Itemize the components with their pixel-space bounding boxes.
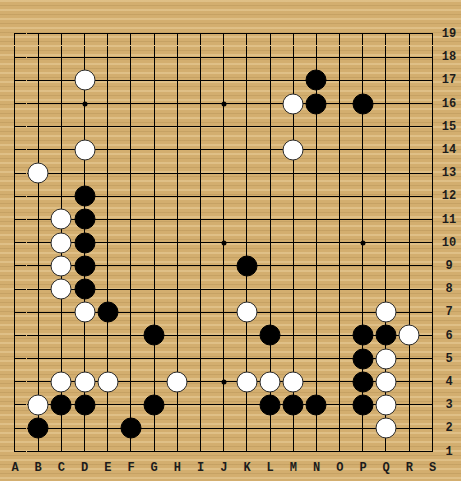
- intersection-A17[interactable]: [3, 69, 26, 92]
- intersection-B8[interactable]: [27, 277, 50, 300]
- intersection-G12[interactable]: [143, 185, 166, 208]
- intersection-P19[interactable]: [351, 22, 374, 45]
- intersection-A19[interactable]: [3, 22, 26, 45]
- intersection-C17[interactable]: [50, 69, 73, 92]
- intersection-J4[interactable]: [212, 370, 235, 393]
- intersection-N2[interactable]: [305, 417, 328, 440]
- intersection-K9[interactable]: [235, 254, 258, 277]
- intersection-F15[interactable]: [119, 115, 142, 138]
- intersection-I9[interactable]: [189, 254, 212, 277]
- intersection-K7[interactable]: [235, 301, 258, 324]
- intersection-I16[interactable]: [189, 92, 212, 115]
- intersection-F6[interactable]: [119, 324, 142, 347]
- intersection-N17[interactable]: [305, 69, 328, 92]
- intersection-E12[interactable]: [96, 185, 119, 208]
- intersection-P6[interactable]: [351, 324, 374, 347]
- intersection-K17[interactable]: [235, 69, 258, 92]
- intersection-B10[interactable]: [27, 231, 50, 254]
- intersection-D9[interactable]: [73, 254, 96, 277]
- intersection-E18[interactable]: [96, 46, 119, 69]
- intersection-K3[interactable]: [235, 393, 258, 416]
- intersection-R18[interactable]: [398, 46, 421, 69]
- intersection-D1[interactable]: [73, 440, 96, 463]
- intersection-N8[interactable]: [305, 277, 328, 300]
- intersection-G11[interactable]: [143, 208, 166, 231]
- intersection-D5[interactable]: [73, 347, 96, 370]
- intersection-D18[interactable]: [73, 46, 96, 69]
- intersection-R5[interactable]: [398, 347, 421, 370]
- intersection-Q5[interactable]: [374, 347, 397, 370]
- intersection-O12[interactable]: [328, 185, 351, 208]
- intersection-G5[interactable]: [143, 347, 166, 370]
- intersection-H10[interactable]: [166, 231, 189, 254]
- intersection-N18[interactable]: [305, 46, 328, 69]
- intersection-O9[interactable]: [328, 254, 351, 277]
- intersection-R13[interactable]: [398, 162, 421, 185]
- intersection-D7[interactable]: [73, 301, 96, 324]
- intersection-P15[interactable]: [351, 115, 374, 138]
- intersection-J12[interactable]: [212, 185, 235, 208]
- intersection-P16[interactable]: [351, 92, 374, 115]
- intersection-K14[interactable]: [235, 138, 258, 161]
- intersection-C14[interactable]: [50, 138, 73, 161]
- intersection-R11[interactable]: [398, 208, 421, 231]
- intersection-E16[interactable]: [96, 92, 119, 115]
- intersection-B4[interactable]: [27, 370, 50, 393]
- intersection-F13[interactable]: [119, 162, 142, 185]
- intersection-L13[interactable]: [258, 162, 281, 185]
- intersection-Q4[interactable]: [374, 370, 397, 393]
- intersection-G2[interactable]: [143, 417, 166, 440]
- intersection-M1[interactable]: [282, 440, 305, 463]
- intersection-B17[interactable]: [27, 69, 50, 92]
- intersection-E8[interactable]: [96, 277, 119, 300]
- intersection-M9[interactable]: [282, 254, 305, 277]
- intersection-I15[interactable]: [189, 115, 212, 138]
- intersection-R8[interactable]: [398, 277, 421, 300]
- intersection-R7[interactable]: [398, 301, 421, 324]
- intersection-A8[interactable]: [3, 277, 26, 300]
- intersection-E5[interactable]: [96, 347, 119, 370]
- intersection-Q3[interactable]: [374, 393, 397, 416]
- intersection-B7[interactable]: [27, 301, 50, 324]
- intersection-B3[interactable]: [27, 393, 50, 416]
- intersection-P9[interactable]: [351, 254, 374, 277]
- intersection-F18[interactable]: [119, 46, 142, 69]
- intersection-B1[interactable]: [27, 440, 50, 463]
- intersection-B18[interactable]: [27, 46, 50, 69]
- intersection-M13[interactable]: [282, 162, 305, 185]
- intersection-C11[interactable]: [50, 208, 73, 231]
- intersection-O14[interactable]: [328, 138, 351, 161]
- intersection-A3[interactable]: [3, 393, 26, 416]
- intersection-H7[interactable]: [166, 301, 189, 324]
- intersection-J9[interactable]: [212, 254, 235, 277]
- intersection-F4[interactable]: [119, 370, 142, 393]
- intersection-P7[interactable]: [351, 301, 374, 324]
- intersection-A5[interactable]: [3, 347, 26, 370]
- intersection-E7[interactable]: [96, 301, 119, 324]
- intersection-O19[interactable]: [328, 22, 351, 45]
- intersection-C7[interactable]: [50, 301, 73, 324]
- intersection-G10[interactable]: [143, 231, 166, 254]
- intersection-R9[interactable]: [398, 254, 421, 277]
- intersection-K1[interactable]: [235, 440, 258, 463]
- intersection-L8[interactable]: [258, 277, 281, 300]
- intersection-M10[interactable]: [282, 231, 305, 254]
- intersection-G18[interactable]: [143, 46, 166, 69]
- intersection-D16[interactable]: [73, 92, 96, 115]
- intersection-I8[interactable]: [189, 277, 212, 300]
- intersection-L6[interactable]: [258, 324, 281, 347]
- intersection-E2[interactable]: [96, 417, 119, 440]
- intersection-E13[interactable]: [96, 162, 119, 185]
- intersection-L19[interactable]: [258, 22, 281, 45]
- intersection-B9[interactable]: [27, 254, 50, 277]
- intersection-N10[interactable]: [305, 231, 328, 254]
- intersection-C6[interactable]: [50, 324, 73, 347]
- intersection-Q14[interactable]: [374, 138, 397, 161]
- intersection-L1[interactable]: [258, 440, 281, 463]
- intersection-K12[interactable]: [235, 185, 258, 208]
- intersection-E9[interactable]: [96, 254, 119, 277]
- intersection-E10[interactable]: [96, 231, 119, 254]
- intersection-J14[interactable]: [212, 138, 235, 161]
- intersection-K5[interactable]: [235, 347, 258, 370]
- intersection-K16[interactable]: [235, 92, 258, 115]
- intersection-C13[interactable]: [50, 162, 73, 185]
- intersection-J8[interactable]: [212, 277, 235, 300]
- intersection-O4[interactable]: [328, 370, 351, 393]
- intersection-Q11[interactable]: [374, 208, 397, 231]
- intersection-E17[interactable]: [96, 69, 119, 92]
- intersection-O13[interactable]: [328, 162, 351, 185]
- intersection-F9[interactable]: [119, 254, 142, 277]
- intersection-N5[interactable]: [305, 347, 328, 370]
- intersection-D19[interactable]: [73, 22, 96, 45]
- intersection-M14[interactable]: [282, 138, 305, 161]
- intersection-H5[interactable]: [166, 347, 189, 370]
- intersection-J6[interactable]: [212, 324, 235, 347]
- intersection-J11[interactable]: [212, 208, 235, 231]
- intersection-G9[interactable]: [143, 254, 166, 277]
- intersection-N11[interactable]: [305, 208, 328, 231]
- intersection-H14[interactable]: [166, 138, 189, 161]
- intersection-P12[interactable]: [351, 185, 374, 208]
- intersection-M12[interactable]: [282, 185, 305, 208]
- intersection-F19[interactable]: [119, 22, 142, 45]
- intersection-A9[interactable]: [3, 254, 26, 277]
- intersection-B15[interactable]: [27, 115, 50, 138]
- intersection-P8[interactable]: [351, 277, 374, 300]
- intersection-F10[interactable]: [119, 231, 142, 254]
- intersection-G7[interactable]: [143, 301, 166, 324]
- intersection-F2[interactable]: [119, 417, 142, 440]
- intersection-K2[interactable]: [235, 417, 258, 440]
- intersection-O10[interactable]: [328, 231, 351, 254]
- intersection-C18[interactable]: [50, 46, 73, 69]
- intersection-K6[interactable]: [235, 324, 258, 347]
- intersection-P3[interactable]: [351, 393, 374, 416]
- intersection-J5[interactable]: [212, 347, 235, 370]
- intersection-H16[interactable]: [166, 92, 189, 115]
- intersection-I11[interactable]: [189, 208, 212, 231]
- intersection-N4[interactable]: [305, 370, 328, 393]
- intersection-C19[interactable]: [50, 22, 73, 45]
- intersection-Q8[interactable]: [374, 277, 397, 300]
- intersection-I7[interactable]: [189, 301, 212, 324]
- intersection-Q10[interactable]: [374, 231, 397, 254]
- intersection-A10[interactable]: [3, 231, 26, 254]
- intersection-I10[interactable]: [189, 231, 212, 254]
- intersection-A18[interactable]: [3, 46, 26, 69]
- intersection-D6[interactable]: [73, 324, 96, 347]
- intersection-C12[interactable]: [50, 185, 73, 208]
- intersection-K19[interactable]: [235, 22, 258, 45]
- intersection-H13[interactable]: [166, 162, 189, 185]
- intersection-Q7[interactable]: [374, 301, 397, 324]
- intersection-N13[interactable]: [305, 162, 328, 185]
- intersection-F5[interactable]: [119, 347, 142, 370]
- intersection-L18[interactable]: [258, 46, 281, 69]
- intersection-H15[interactable]: [166, 115, 189, 138]
- intersection-Q18[interactable]: [374, 46, 397, 69]
- intersection-O5[interactable]: [328, 347, 351, 370]
- intersection-F16[interactable]: [119, 92, 142, 115]
- intersection-L5[interactable]: [258, 347, 281, 370]
- intersection-B14[interactable]: [27, 138, 50, 161]
- intersection-A7[interactable]: [3, 301, 26, 324]
- intersection-A11[interactable]: [3, 208, 26, 231]
- intersection-L10[interactable]: [258, 231, 281, 254]
- intersection-P11[interactable]: [351, 208, 374, 231]
- intersection-F3[interactable]: [119, 393, 142, 416]
- intersection-A1[interactable]: [3, 440, 26, 463]
- intersection-Q13[interactable]: [374, 162, 397, 185]
- intersection-O17[interactable]: [328, 69, 351, 92]
- intersection-A13[interactable]: [3, 162, 26, 185]
- intersection-O2[interactable]: [328, 417, 351, 440]
- intersection-H1[interactable]: [166, 440, 189, 463]
- intersection-H8[interactable]: [166, 277, 189, 300]
- intersection-G6[interactable]: [143, 324, 166, 347]
- intersection-A14[interactable]: [3, 138, 26, 161]
- intersection-J3[interactable]: [212, 393, 235, 416]
- intersection-R3[interactable]: [398, 393, 421, 416]
- intersection-P2[interactable]: [351, 417, 374, 440]
- intersection-I18[interactable]: [189, 46, 212, 69]
- intersection-H18[interactable]: [166, 46, 189, 69]
- intersection-F1[interactable]: [119, 440, 142, 463]
- intersection-O1[interactable]: [328, 440, 351, 463]
- intersection-L17[interactable]: [258, 69, 281, 92]
- intersection-B2[interactable]: [27, 417, 50, 440]
- intersection-A4[interactable]: [3, 370, 26, 393]
- intersection-P1[interactable]: [351, 440, 374, 463]
- intersection-G3[interactable]: [143, 393, 166, 416]
- intersection-E14[interactable]: [96, 138, 119, 161]
- intersection-I6[interactable]: [189, 324, 212, 347]
- intersection-E4[interactable]: [96, 370, 119, 393]
- intersection-L7[interactable]: [258, 301, 281, 324]
- intersection-L2[interactable]: [258, 417, 281, 440]
- intersection-A2[interactable]: [3, 417, 26, 440]
- intersection-I5[interactable]: [189, 347, 212, 370]
- intersection-H12[interactable]: [166, 185, 189, 208]
- intersection-P17[interactable]: [351, 69, 374, 92]
- intersection-I17[interactable]: [189, 69, 212, 92]
- intersection-Q1[interactable]: [374, 440, 397, 463]
- intersection-J7[interactable]: [212, 301, 235, 324]
- intersection-M2[interactable]: [282, 417, 305, 440]
- intersection-L4[interactable]: [258, 370, 281, 393]
- intersection-D8[interactable]: [73, 277, 96, 300]
- intersection-L12[interactable]: [258, 185, 281, 208]
- intersection-H9[interactable]: [166, 254, 189, 277]
- intersection-I2[interactable]: [189, 417, 212, 440]
- intersection-C9[interactable]: [50, 254, 73, 277]
- intersection-E6[interactable]: [96, 324, 119, 347]
- intersection-M18[interactable]: [282, 46, 305, 69]
- intersection-J15[interactable]: [212, 115, 235, 138]
- intersection-E3[interactable]: [96, 393, 119, 416]
- intersection-G19[interactable]: [143, 22, 166, 45]
- intersection-M6[interactable]: [282, 324, 305, 347]
- intersection-C3[interactable]: [50, 393, 73, 416]
- intersection-B5[interactable]: [27, 347, 50, 370]
- intersection-L16[interactable]: [258, 92, 281, 115]
- intersection-C16[interactable]: [50, 92, 73, 115]
- intersection-M17[interactable]: [282, 69, 305, 92]
- intersection-F17[interactable]: [119, 69, 142, 92]
- intersection-N6[interactable]: [305, 324, 328, 347]
- intersection-L3[interactable]: [258, 393, 281, 416]
- intersection-R10[interactable]: [398, 231, 421, 254]
- intersection-B19[interactable]: [27, 22, 50, 45]
- intersection-R17[interactable]: [398, 69, 421, 92]
- intersection-A16[interactable]: [3, 92, 26, 115]
- intersection-B12[interactable]: [27, 185, 50, 208]
- intersection-N14[interactable]: [305, 138, 328, 161]
- intersection-G1[interactable]: [143, 440, 166, 463]
- intersection-M11[interactable]: [282, 208, 305, 231]
- intersection-C10[interactable]: [50, 231, 73, 254]
- intersection-F14[interactable]: [119, 138, 142, 161]
- intersection-N3[interactable]: [305, 393, 328, 416]
- intersection-R1[interactable]: [398, 440, 421, 463]
- intersection-K8[interactable]: [235, 277, 258, 300]
- intersection-F7[interactable]: [119, 301, 142, 324]
- intersection-N16[interactable]: [305, 92, 328, 115]
- intersection-D17[interactable]: [73, 69, 96, 92]
- intersection-C1[interactable]: [50, 440, 73, 463]
- intersection-R6[interactable]: [398, 324, 421, 347]
- intersection-B11[interactable]: [27, 208, 50, 231]
- intersection-R19[interactable]: [398, 22, 421, 45]
- intersection-O15[interactable]: [328, 115, 351, 138]
- intersection-K18[interactable]: [235, 46, 258, 69]
- intersection-R14[interactable]: [398, 138, 421, 161]
- intersection-R16[interactable]: [398, 92, 421, 115]
- intersection-F8[interactable]: [119, 277, 142, 300]
- intersection-F11[interactable]: [119, 208, 142, 231]
- intersection-A6[interactable]: [3, 324, 26, 347]
- intersection-A12[interactable]: [3, 185, 26, 208]
- intersection-H2[interactable]: [166, 417, 189, 440]
- intersection-H6[interactable]: [166, 324, 189, 347]
- intersection-M5[interactable]: [282, 347, 305, 370]
- intersection-Q15[interactable]: [374, 115, 397, 138]
- intersection-Q17[interactable]: [374, 69, 397, 92]
- intersection-L9[interactable]: [258, 254, 281, 277]
- intersection-K10[interactable]: [235, 231, 258, 254]
- intersection-F12[interactable]: [119, 185, 142, 208]
- intersection-J1[interactable]: [212, 440, 235, 463]
- intersection-D13[interactable]: [73, 162, 96, 185]
- intersection-D14[interactable]: [73, 138, 96, 161]
- intersection-J2[interactable]: [212, 417, 235, 440]
- intersection-R15[interactable]: [398, 115, 421, 138]
- intersection-N12[interactable]: [305, 185, 328, 208]
- intersection-I13[interactable]: [189, 162, 212, 185]
- intersection-D10[interactable]: [73, 231, 96, 254]
- intersection-N7[interactable]: [305, 301, 328, 324]
- intersection-P4[interactable]: [351, 370, 374, 393]
- intersection-D11[interactable]: [73, 208, 96, 231]
- intersection-J17[interactable]: [212, 69, 235, 92]
- intersection-L15[interactable]: [258, 115, 281, 138]
- intersection-I1[interactable]: [189, 440, 212, 463]
- intersection-Q6[interactable]: [374, 324, 397, 347]
- intersection-L14[interactable]: [258, 138, 281, 161]
- intersection-J18[interactable]: [212, 46, 235, 69]
- intersection-H4[interactable]: [166, 370, 189, 393]
- intersection-C4[interactable]: [50, 370, 73, 393]
- intersection-D4[interactable]: [73, 370, 96, 393]
- intersection-C2[interactable]: [50, 417, 73, 440]
- intersection-Q9[interactable]: [374, 254, 397, 277]
- intersection-D12[interactable]: [73, 185, 96, 208]
- intersection-H11[interactable]: [166, 208, 189, 231]
- intersection-N15[interactable]: [305, 115, 328, 138]
- intersection-O11[interactable]: [328, 208, 351, 231]
- intersection-J19[interactable]: [212, 22, 235, 45]
- intersection-Q12[interactable]: [374, 185, 397, 208]
- intersection-M19[interactable]: [282, 22, 305, 45]
- intersection-G15[interactable]: [143, 115, 166, 138]
- intersection-O18[interactable]: [328, 46, 351, 69]
- intersection-C8[interactable]: [50, 277, 73, 300]
- intersection-B13[interactable]: [27, 162, 50, 185]
- intersection-J10[interactable]: [212, 231, 235, 254]
- intersection-O16[interactable]: [328, 92, 351, 115]
- intersection-K11[interactable]: [235, 208, 258, 231]
- intersection-O6[interactable]: [328, 324, 351, 347]
- intersection-M4[interactable]: [282, 370, 305, 393]
- intersection-G13[interactable]: [143, 162, 166, 185]
- intersection-E15[interactable]: [96, 115, 119, 138]
- intersection-B16[interactable]: [27, 92, 50, 115]
- intersection-I14[interactable]: [189, 138, 212, 161]
- intersection-C5[interactable]: [50, 347, 73, 370]
- intersection-A15[interactable]: [3, 115, 26, 138]
- intersection-C15[interactable]: [50, 115, 73, 138]
- intersection-I19[interactable]: [189, 22, 212, 45]
- intersection-J13[interactable]: [212, 162, 235, 185]
- intersection-M7[interactable]: [282, 301, 305, 324]
- intersection-I3[interactable]: [189, 393, 212, 416]
- intersection-G17[interactable]: [143, 69, 166, 92]
